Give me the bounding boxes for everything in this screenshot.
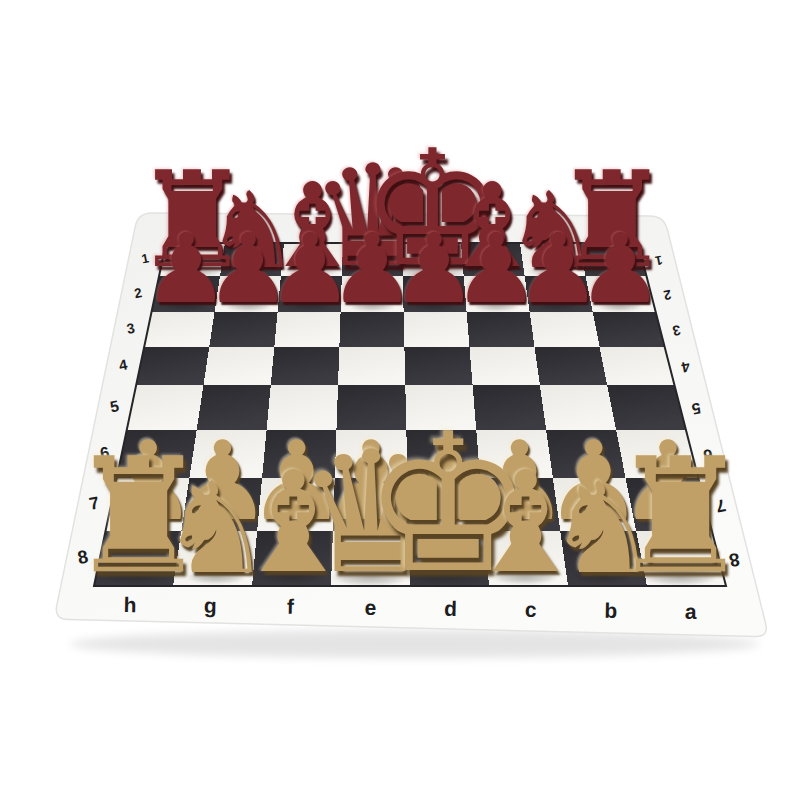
file-label-top-e: e: [369, 224, 375, 236]
square-c5: [473, 385, 547, 430]
square-h2: [152, 276, 220, 312]
chess-set-product-photo: 1122334455667788hhggffeeddccbbaa ♜♞♝♛♚♝♞…: [0, 0, 800, 800]
square-e5: [336, 385, 406, 430]
square-g2: [215, 276, 281, 312]
square-h8: [94, 531, 181, 586]
square-b5: [540, 385, 616, 430]
square-c7: [480, 478, 560, 531]
square-b4: [535, 347, 608, 385]
square-a5: [607, 385, 686, 430]
square-c6: [476, 430, 553, 478]
square-h7: [106, 478, 190, 531]
squares: [94, 243, 726, 586]
file-label-top-f: f: [312, 224, 316, 236]
file-label-top-h: h: [194, 224, 201, 236]
square-h3: [144, 312, 214, 347]
square-d1: [402, 243, 464, 276]
file-label-top-d: d: [427, 224, 434, 236]
square-a7: [626, 478, 712, 531]
square-g1: [220, 243, 284, 276]
square-h6: [117, 430, 197, 478]
square-e6: [335, 430, 408, 478]
square-a1: [579, 243, 646, 276]
file-label-top-a: a: [601, 224, 608, 236]
square-a6: [616, 430, 698, 478]
square-h5: [127, 385, 204, 430]
square-d8: [409, 531, 489, 586]
square-b6: [546, 430, 625, 478]
square-c2: [464, 276, 530, 312]
square-g3: [209, 312, 277, 347]
chessboard-mat: 1122334455667788hhggffeeddccbbaa: [0, 0, 800, 800]
square-d5: [405, 385, 476, 430]
file-label-bottom-c: c: [525, 598, 537, 621]
square-h4: [136, 347, 209, 385]
square-f8: [252, 531, 333, 586]
square-c3: [467, 312, 535, 347]
file-label-bottom-h: h: [123, 593, 136, 616]
square-g8: [173, 531, 257, 586]
square-a8: [636, 531, 726, 586]
file-label-top-b: b: [543, 224, 550, 236]
square-d2: [403, 276, 467, 312]
square-e8: [331, 531, 410, 586]
square-e7: [333, 478, 409, 531]
file-label-bottom-g: g: [204, 594, 217, 617]
square-d6: [406, 430, 480, 478]
square-e3: [339, 312, 404, 347]
square-b1: [520, 243, 586, 276]
square-d7: [407, 478, 484, 531]
square-b8: [560, 531, 647, 586]
square-f1: [281, 243, 343, 276]
file-label-bottom-e: e: [364, 596, 376, 619]
square-b3: [530, 312, 600, 347]
square-a4: [600, 347, 675, 385]
square-b2: [525, 276, 593, 312]
square-c1: [461, 243, 525, 276]
square-g5: [197, 385, 271, 430]
file-label-top-c: c: [486, 224, 492, 236]
square-a2: [586, 276, 656, 312]
square-d3: [404, 312, 470, 347]
square-e4: [338, 347, 405, 385]
square-f5: [267, 385, 338, 430]
square-f6: [262, 430, 336, 478]
square-g6: [189, 430, 266, 478]
square-g4: [203, 347, 274, 385]
square-c8: [485, 531, 568, 586]
square-c4: [469, 347, 539, 385]
square-e1: [342, 243, 403, 276]
square-f2: [278, 276, 342, 312]
file-label-bottom-d: d: [444, 597, 457, 620]
file-label-top-g: g: [253, 224, 260, 236]
square-f3: [274, 312, 340, 347]
square-b7: [553, 478, 636, 531]
square-e2: [341, 276, 404, 312]
square-f4: [271, 347, 340, 385]
square-f7: [257, 478, 335, 531]
square-a3: [593, 312, 665, 347]
square-g7: [181, 478, 262, 531]
file-label-bottom-a: a: [685, 600, 697, 623]
square-d4: [404, 347, 472, 385]
file-label-bottom-b: b: [604, 599, 617, 622]
square-h1: [159, 243, 225, 276]
